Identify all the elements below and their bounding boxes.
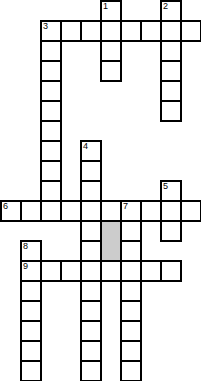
cell-r3c8[interactable] [160,60,182,82]
cell-r18c6[interactable] [120,360,142,381]
blocked-cell-r11c5 [100,220,122,262]
cell-r15c1[interactable] [20,300,42,322]
cell-r14c1[interactable] [20,280,42,302]
cell-r1c4[interactable] [80,20,102,42]
cell-r16c4[interactable] [80,320,102,342]
cell-r5c2[interactable] [40,100,62,122]
crossword-board: 123456789 [0,0,201,381]
cell-r10c1[interactable] [20,200,42,222]
cell-r0c5[interactable] [100,0,122,22]
cell-r13c5[interactable] [100,260,122,282]
cell-r13c4[interactable] [80,260,102,282]
cell-r9c4[interactable] [80,180,102,202]
cell-r2c8[interactable] [160,40,182,62]
cell-r10c8[interactable] [160,200,182,222]
cell-r4c8[interactable] [160,80,182,102]
cell-r8c4[interactable] [80,160,102,182]
cell-r3c2[interactable] [40,60,62,82]
cell-r10c4[interactable] [80,200,102,222]
cell-r10c2[interactable] [40,200,62,222]
cell-r14c6[interactable] [120,280,142,302]
cell-r10c5[interactable] [100,200,122,222]
cell-r9c2[interactable] [40,180,62,202]
cell-r13c1[interactable] [20,260,42,282]
cell-r17c1[interactable] [20,340,42,362]
cell-r13c3[interactable] [60,260,82,282]
crossword-puzzle: 123456789 [0,0,201,381]
cell-r5c8[interactable] [160,100,182,122]
cell-r0c8[interactable] [160,0,182,22]
cell-r10c7[interactable] [140,200,162,222]
cell-r16c6[interactable] [120,320,142,342]
cell-r8c2[interactable] [40,160,62,182]
cell-r13c2[interactable] [40,260,62,282]
cell-r11c4[interactable] [80,220,102,242]
cell-r1c6[interactable] [120,20,142,42]
cell-r15c4[interactable] [80,300,102,322]
cell-r3c5[interactable] [100,60,122,82]
cell-r10c6[interactable] [120,200,142,222]
cell-r11c6[interactable] [120,220,142,242]
cell-r13c8[interactable] [160,260,182,282]
cell-r17c4[interactable] [80,340,102,362]
cell-r1c8[interactable] [160,20,182,42]
cell-r14c4[interactable] [80,280,102,302]
cell-r7c4[interactable] [80,140,102,162]
cell-r16c1[interactable] [20,320,42,342]
cell-r1c9[interactable] [180,20,201,42]
cell-r12c4[interactable] [80,240,102,262]
cell-r1c7[interactable] [140,20,162,42]
cell-r4c2[interactable] [40,80,62,102]
cell-r17c6[interactable] [120,340,142,362]
cell-r2c2[interactable] [40,40,62,62]
cell-r15c6[interactable] [120,300,142,322]
cell-r10c3[interactable] [60,200,82,222]
cell-r1c2[interactable] [40,20,62,42]
cell-r2c5[interactable] [100,40,122,62]
cell-r1c5[interactable] [100,20,122,42]
cell-r10c9[interactable] [180,200,201,222]
cell-r12c6[interactable] [120,240,142,262]
cell-r7c2[interactable] [40,140,62,162]
cell-r6c2[interactable] [40,120,62,142]
cell-r1c3[interactable] [60,20,82,42]
cell-r10c0[interactable] [0,200,22,222]
cell-r18c1[interactable] [20,360,42,381]
cell-r12c1[interactable] [20,240,42,262]
cell-r18c4[interactable] [80,360,102,381]
cell-r13c7[interactable] [140,260,162,282]
cell-r9c8[interactable] [160,180,182,202]
cell-r13c6[interactable] [120,260,142,282]
cell-r11c8[interactable] [160,220,182,242]
